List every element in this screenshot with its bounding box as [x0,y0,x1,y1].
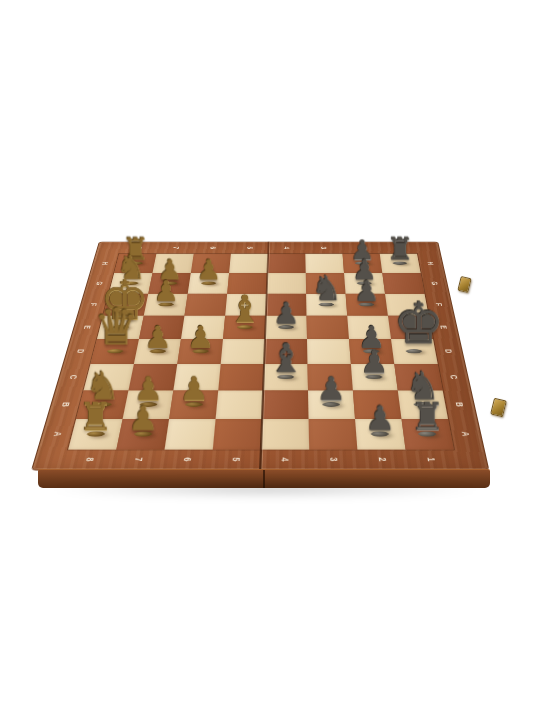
square-a6[interactable] [164,419,215,450]
rank-label-near-6: 6 [181,457,194,461]
brass-clasp-upper [457,276,471,293]
file-label-left-h: H [100,262,111,265]
rank-label-far-2: 2 [356,247,366,249]
square-f7[interactable]: ♟ [144,294,188,316]
rank-label-far-6: 6 [208,247,218,249]
square-b4[interactable] [262,391,309,420]
black-pawn-b6[interactable]: ♟ [171,373,217,406]
square-e3[interactable] [307,316,349,339]
square-b5[interactable] [216,391,264,420]
file-label-left-a: A [51,432,65,437]
board-shadow [45,480,485,498]
square-c2[interactable]: ♟ [351,364,398,391]
square-a2[interactable]: ♟ [355,419,406,450]
square-a1[interactable]: ♜ [402,419,454,450]
square-f3[interactable]: ♞ [306,294,347,316]
file-label-left-c: C [67,375,80,379]
square-a4[interactable] [261,419,309,450]
square-a3[interactable] [309,419,358,450]
rank-label-near-4: 4 [279,457,292,461]
file-label-right-c: C [447,375,459,379]
rank-label-far-1: 1 [393,247,403,249]
white-pawn-f2[interactable]: ♟ [347,277,387,306]
square-d8[interactable]: ♛ [90,339,139,364]
white-pawn-e4[interactable]: ♟ [265,299,306,329]
rank-label-far-4: 4 [282,247,292,249]
black-pawn-a7[interactable]: ♟ [119,402,166,436]
white-king-d1[interactable]: ♚ [393,295,436,352]
rank-label-far-3: 3 [319,247,329,249]
black-pawn-f7[interactable]: ♟ [146,277,186,306]
square-f6[interactable] [184,294,227,316]
file-label-left-b: B [59,402,72,407]
square-h4[interactable] [267,254,305,273]
square-c5[interactable] [218,364,264,391]
white-pawn-a2[interactable]: ♟ [356,402,403,436]
rank-label-near-2: 2 [376,457,389,461]
square-c4[interactable]: ♝ [263,364,308,391]
file-label-left-d: D [75,349,87,353]
square-d6[interactable]: ♟ [177,339,223,364]
square-d3[interactable] [307,339,351,364]
board-tilt-plane: ♜♟♜♞♟♟♟♟♞♟♚♝♟♛♟♟♟♚♝♟♞♟♟♟♞♜♟♟♜ HH88GG77FF… [31,242,489,471]
square-d7[interactable]: ♟ [134,339,181,364]
white-rook-a1[interactable]: ♜ [404,397,451,435]
black-pawn-d6[interactable]: ♟ [179,322,222,353]
square-g4[interactable] [267,273,306,294]
square-b3[interactable]: ♟ [308,391,355,420]
square-d5[interactable] [221,339,265,364]
black-pawn-d7[interactable]: ♟ [136,322,179,353]
square-h5[interactable] [229,254,268,273]
file-label-right-a: A [459,432,472,437]
black-rook-a8[interactable]: ♜ [72,397,119,435]
white-knight-f3[interactable]: ♞ [306,271,346,305]
white-pawn-c2[interactable]: ♟ [352,347,396,379]
brass-clasp-lower [490,398,507,418]
white-bishop-c4[interactable]: ♝ [264,338,308,378]
black-queen-d8[interactable]: ♛ [93,302,136,353]
black-pawn-g6[interactable]: ♟ [189,256,228,284]
square-d1[interactable]: ♚ [391,339,438,364]
rank-label-far-5: 5 [245,247,255,249]
black-bishop-e5[interactable]: ♝ [224,291,265,328]
square-f2[interactable]: ♟ [346,294,388,316]
white-pawn-b3[interactable]: ♟ [308,373,354,406]
rank-label-near-1: 1 [425,457,438,461]
chessboard-frame: ♜♟♜♞♟♟♟♟♞♟♚♝♟♛♟♟♟♚♝♟♞♟♟♟♞♜♟♟♜ HH88GG77FF… [31,242,489,471]
rank-label-near-7: 7 [132,457,145,461]
rank-label-far-7: 7 [171,247,181,249]
square-a5[interactable] [213,419,262,450]
file-label-right-b: B [453,402,466,407]
file-label-right-h: H [425,262,436,265]
square-b6[interactable]: ♟ [169,391,218,420]
board-grid: ♜♟♜♞♟♟♟♟♞♟♚♝♟♛♟♟♟♚♝♟♞♟♟♟♞♜♟♟♜ [68,254,454,450]
rank-label-near-3: 3 [327,457,340,461]
file-label-left-e: E [82,325,94,329]
rank-label-near-5: 5 [230,457,243,461]
rank-label-near-8: 8 [83,457,97,461]
file-label-left-g: G [94,281,105,285]
file-label-right-g: G [429,281,440,285]
rank-label-far-8: 8 [134,247,144,249]
file-label-right-d: D [442,349,454,353]
square-g6[interactable]: ♟ [188,273,229,294]
product-photo-scene: ♜♟♜♞♟♟♟♟♞♟♚♝♟♛♟♟♟♚♝♟♞♟♟♟♞♜♟♟♜ HH88GG77FF… [0,0,540,720]
square-a8[interactable]: ♜ [68,419,123,450]
square-e5[interactable]: ♝ [223,316,266,339]
square-h1[interactable]: ♜ [380,254,421,273]
square-a7[interactable]: ♟ [116,419,169,450]
